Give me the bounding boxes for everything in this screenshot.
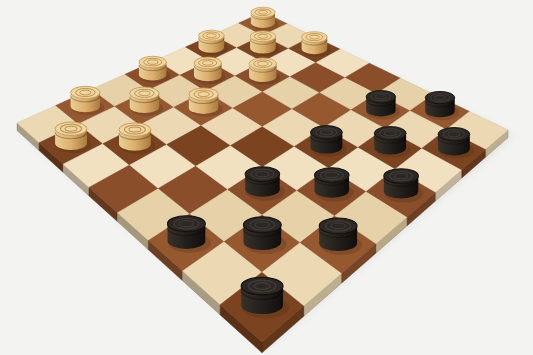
checker-piece-light	[250, 31, 279, 56]
checker-piece-dark	[245, 167, 284, 201]
checker-piece-dark	[366, 91, 400, 120]
checker-piece-dark	[384, 169, 423, 203]
checker-piece-light	[71, 86, 105, 115]
checker-piece-light	[119, 123, 155, 154]
checkers-board	[0, 0, 533, 355]
checker-piece-dark	[241, 277, 289, 318]
checker-piece-light	[55, 122, 91, 153]
checker-piece-dark	[438, 128, 474, 159]
checker-piece-light	[302, 32, 331, 57]
checker-piece-light	[130, 87, 164, 116]
checker-piece-light	[189, 88, 223, 117]
checker-piece-dark	[374, 127, 410, 158]
checkers-photo	[0, 0, 533, 355]
checker-piece-dark	[311, 126, 347, 157]
checker-piece-dark	[425, 91, 459, 120]
checker-piece-dark	[243, 217, 286, 254]
checker-piece-light	[251, 7, 279, 31]
checker-piece-light	[194, 57, 225, 84]
checker-piece-dark	[315, 168, 354, 202]
checker-piece-dark	[168, 216, 211, 253]
checker-piece-light	[139, 56, 170, 83]
checker-piece-light	[249, 58, 280, 85]
checker-piece-dark	[319, 218, 362, 255]
checker-piece-light	[199, 30, 228, 55]
